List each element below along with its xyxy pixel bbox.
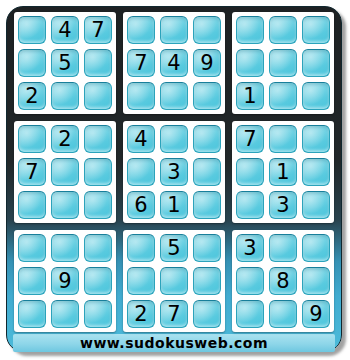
cell-r7c3[interactable] [84, 234, 112, 262]
cell-r3c3[interactable] [84, 82, 112, 110]
sudoku-grid: 475274912743617139527389 [7, 12, 341, 332]
cell-r7c1[interactable] [18, 234, 46, 262]
cell-r1c5[interactable] [160, 16, 188, 44]
cell-r8c4[interactable] [127, 267, 155, 295]
cell-r6c4: 6 [127, 191, 155, 219]
cell-r8c2: 9 [51, 267, 79, 295]
cell-r6c5: 1 [160, 191, 188, 219]
cell-r2c3[interactable] [84, 49, 112, 77]
cell-r2c7[interactable] [236, 49, 264, 77]
cell-r5c3[interactable] [84, 158, 112, 186]
cell-r6c2[interactable] [51, 191, 79, 219]
cell-r3c6[interactable] [193, 82, 221, 110]
cell-r3c8[interactable] [269, 82, 297, 110]
cell-r7c8[interactable] [269, 234, 297, 262]
cell-r4c2: 2 [51, 125, 79, 153]
cell-r9c3[interactable] [84, 300, 112, 328]
cell-r7c2[interactable] [51, 234, 79, 262]
cell-r7c9[interactable] [302, 234, 330, 262]
box-3-2: 527 [123, 230, 225, 332]
cell-r3c7: 1 [236, 82, 264, 110]
cell-r6c8: 3 [269, 191, 297, 219]
cell-r4c5[interactable] [160, 125, 188, 153]
cell-r8c9[interactable] [302, 267, 330, 295]
cell-r4c9[interactable] [302, 125, 330, 153]
cell-r7c5: 5 [160, 234, 188, 262]
cell-r9c8[interactable] [269, 300, 297, 328]
cell-r9c7[interactable] [236, 300, 264, 328]
cell-r5c2[interactable] [51, 158, 79, 186]
box-1-2: 749 [123, 12, 225, 114]
cell-r2c9[interactable] [302, 49, 330, 77]
cell-r2c4: 7 [127, 49, 155, 77]
cell-r3c5[interactable] [160, 82, 188, 110]
box-1-1: 4752 [14, 12, 116, 114]
website-link[interactable]: www.sudokusweb.com [80, 335, 268, 351]
box-2-1: 27 [14, 121, 116, 223]
cell-r7c4[interactable] [127, 234, 155, 262]
cell-r4c7: 7 [236, 125, 264, 153]
cell-r4c8[interactable] [269, 125, 297, 153]
cell-r8c7[interactable] [236, 267, 264, 295]
footer-band: www.sudokusweb.com [13, 334, 335, 352]
cell-r1c1[interactable] [18, 16, 46, 44]
box-2-2: 4361 [123, 121, 225, 223]
sudoku-board: 475274912743617139527389 www.sudokusweb.… [6, 6, 342, 352]
cell-r9c1[interactable] [18, 300, 46, 328]
cell-r7c7: 3 [236, 234, 264, 262]
box-1-3: 1 [232, 12, 334, 114]
cell-r9c5: 7 [160, 300, 188, 328]
cell-r6c7[interactable] [236, 191, 264, 219]
cell-r6c3[interactable] [84, 191, 112, 219]
cell-r2c2: 5 [51, 49, 79, 77]
cell-r1c6[interactable] [193, 16, 221, 44]
cell-r5c4[interactable] [127, 158, 155, 186]
cell-r8c5[interactable] [160, 267, 188, 295]
cell-r7c6[interactable] [193, 234, 221, 262]
cell-r8c8: 8 [269, 267, 297, 295]
cell-r5c1: 7 [18, 158, 46, 186]
cell-r9c4: 2 [127, 300, 155, 328]
cell-r1c3: 7 [84, 16, 112, 44]
cell-r3c4[interactable] [127, 82, 155, 110]
cell-r4c1[interactable] [18, 125, 46, 153]
cell-r2c6: 9 [193, 49, 221, 77]
cell-r3c9[interactable] [302, 82, 330, 110]
cell-r5c7[interactable] [236, 158, 264, 186]
cell-r8c6[interactable] [193, 267, 221, 295]
cell-r6c6[interactable] [193, 191, 221, 219]
cell-r4c4: 4 [127, 125, 155, 153]
cell-r8c3[interactable] [84, 267, 112, 295]
cell-r1c2: 4 [51, 16, 79, 44]
cell-r6c9[interactable] [302, 191, 330, 219]
cell-r8c1[interactable] [18, 267, 46, 295]
box-3-1: 9 [14, 230, 116, 332]
cell-r3c1: 2 [18, 82, 46, 110]
box-2-3: 713 [232, 121, 334, 223]
cell-r2c8[interactable] [269, 49, 297, 77]
cell-r2c5: 4 [160, 49, 188, 77]
cell-r2c1[interactable] [18, 49, 46, 77]
cell-r5c5: 3 [160, 158, 188, 186]
cell-r9c9: 9 [302, 300, 330, 328]
box-3-3: 389 [232, 230, 334, 332]
cell-r3c2[interactable] [51, 82, 79, 110]
cell-r5c9[interactable] [302, 158, 330, 186]
cell-r1c9[interactable] [302, 16, 330, 44]
cell-r1c7[interactable] [236, 16, 264, 44]
cell-r6c1[interactable] [18, 191, 46, 219]
cell-r9c2[interactable] [51, 300, 79, 328]
cell-r4c3[interactable] [84, 125, 112, 153]
cell-r1c8[interactable] [269, 16, 297, 44]
cell-r9c6[interactable] [193, 300, 221, 328]
cell-r1c4[interactable] [127, 16, 155, 44]
cell-r5c6[interactable] [193, 158, 221, 186]
cell-r5c8: 1 [269, 158, 297, 186]
cell-r4c6[interactable] [193, 125, 221, 153]
